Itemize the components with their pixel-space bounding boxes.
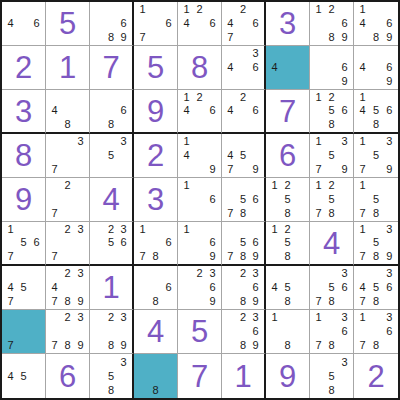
candidate-grid: 469: [356, 47, 396, 88]
candidate-digit: 7: [4, 338, 17, 352]
candidate-digit: 6: [206, 236, 219, 249]
candidate-digit: 8: [61, 294, 74, 308]
cell-r2c2[interactable]: 1: [46, 46, 90, 90]
cell-r7c1[interactable]: 457: [2, 266, 46, 310]
candidate-digit: 6: [162, 281, 175, 295]
candidate-grid: 4: [268, 47, 307, 88]
cell-r8c5[interactable]: 5: [178, 310, 222, 354]
candidate-grid: 12568: [312, 91, 351, 131]
candidate-digit: 9: [249, 294, 262, 308]
candidate-grid: 16: [180, 179, 219, 220]
candidate-digit: 5: [369, 104, 382, 117]
cell-r5c6[interactable]: 5678: [222, 178, 266, 222]
big-digit: 3: [266, 2, 309, 45]
candidate-digit: 6: [117, 236, 130, 249]
cell-r3c7[interactable]: 7: [266, 90, 310, 134]
candidate-digit: 1: [180, 179, 193, 193]
candidate-digit: 1: [312, 91, 325, 104]
candidate-digit: 2: [237, 91, 250, 104]
big-digit: 9: [2, 178, 45, 221]
cell-r3c5[interactable]: 1246: [178, 90, 222, 134]
candidate-digit: 7: [136, 250, 149, 263]
candidate-digit: 6: [383, 325, 396, 339]
candidate-digit: 4: [224, 149, 237, 163]
cell-r9c5[interactable]: 7: [178, 354, 222, 398]
candidate-digit: 3: [383, 311, 396, 325]
candidate-grid: 237: [48, 223, 87, 263]
cell-r4c9[interactable]: 13579: [354, 134, 398, 178]
candidate-grid: 1678: [136, 223, 175, 263]
candidate-digit: 2: [193, 267, 206, 281]
cell-r9c1[interactable]: 45: [2, 354, 46, 398]
big-digit: 2: [354, 354, 398, 398]
candidate-digit: 8: [369, 206, 382, 220]
candidate-digit: 6: [249, 61, 262, 75]
cell-r6c7[interactable]: 1258: [266, 222, 310, 266]
candidate-digit: 7: [136, 30, 149, 44]
candidate-digit: 9: [249, 338, 262, 352]
candidate-digit: 7: [48, 338, 61, 352]
cell-r7c7[interactable]: 458: [266, 266, 310, 310]
cell-r5c2[interactable]: 27: [46, 178, 90, 222]
candidate-digit: 2: [237, 3, 250, 17]
candidate-grid: 234789: [48, 267, 87, 308]
candidate-digit: 6: [338, 281, 351, 295]
candidate-grid: 69: [312, 47, 351, 88]
candidate-digit: 4: [268, 281, 281, 295]
big-digit: 1: [46, 46, 89, 89]
big-digit: 2: [134, 134, 177, 177]
candidate-digit: 8: [281, 294, 294, 308]
candidate-digit: 4: [48, 281, 61, 295]
candidate-grid: 56789: [224, 223, 262, 263]
candidate-digit: 5: [17, 236, 30, 249]
candidate-grid: 169: [180, 223, 219, 263]
cell-r1c3[interactable]: 689: [90, 2, 134, 46]
candidate-digit: 9: [206, 162, 219, 176]
candidate-digit: 1: [312, 3, 325, 17]
candidate-digit: 2: [237, 311, 250, 325]
candidate-digit: 2: [237, 267, 250, 281]
candidate-digit: 6: [338, 104, 351, 117]
candidate-grid: 68: [92, 91, 130, 131]
candidate-grid: 68: [136, 267, 175, 308]
candidate-digit: 7: [4, 294, 17, 308]
candidate-grid: 27: [48, 179, 87, 220]
candidate-digit: 8: [237, 338, 250, 352]
candidate-digit: 2: [193, 91, 206, 104]
candidate-digit: 6: [206, 193, 219, 207]
candidate-digit: 4: [4, 369, 17, 383]
cell-r5c8[interactable]: 12578: [310, 178, 354, 222]
cell-r2c9[interactable]: 469: [354, 46, 398, 90]
cell-r3c4[interactable]: 9: [134, 90, 178, 134]
cell-r1c7[interactable]: 3: [266, 2, 310, 46]
cell-r3c1[interactable]: 3: [2, 90, 46, 134]
cell-r8c8[interactable]: 13678: [310, 310, 354, 354]
candidate-digit: 3: [338, 311, 351, 325]
candidate-digit: 8: [105, 30, 118, 44]
candidate-digit: 8: [237, 206, 250, 220]
candidate-digit: 9: [117, 338, 130, 352]
candidate-digit: 8: [325, 30, 338, 44]
cell-r5c3[interactable]: 4: [90, 178, 134, 222]
candidate-digit: 5: [369, 149, 382, 163]
candidate-digit: 7: [48, 294, 61, 308]
cell-r8c6[interactable]: 23689: [222, 310, 266, 354]
cell-r7c6[interactable]: 23689: [222, 266, 266, 310]
candidate-digit: 7: [48, 162, 61, 176]
candidate-grid: 13579: [356, 135, 396, 176]
candidate-grid: 458: [268, 267, 307, 308]
candidate-digit: 4: [356, 61, 369, 75]
cell-r2c8[interactable]: 69: [310, 46, 354, 90]
candidate-grid: 1578: [356, 179, 396, 220]
cell-r7c2[interactable]: 234789: [46, 266, 90, 310]
candidate-digit: 1: [312, 135, 325, 149]
candidate-digit: 7: [356, 294, 369, 308]
candidate-digit: 9: [74, 338, 87, 352]
candidate-digit: 6: [117, 17, 130, 31]
big-digit: 1: [90, 266, 132, 309]
candidate-digit: 6: [30, 236, 43, 249]
candidate-digit: 1: [356, 179, 369, 193]
cell-r9c7[interactable]: 9: [266, 354, 310, 398]
candidate-digit: 2: [61, 311, 74, 325]
candidate-digit: 9: [338, 162, 351, 176]
cell-r3c8[interactable]: 12568: [310, 90, 354, 134]
cell-r1c2[interactable]: 5: [46, 2, 90, 46]
candidate-grid: 2369: [180, 267, 219, 308]
candidate-grid: 12689: [312, 3, 351, 44]
cell-r8c1[interactable]: 7: [2, 310, 46, 354]
cell-r5c5[interactable]: 16: [178, 178, 222, 222]
candidate-digit: 8: [369, 294, 382, 308]
candidate-digit: 2: [325, 179, 338, 193]
cell-r1c6[interactable]: 2467: [222, 2, 266, 46]
candidate-digit: 2: [61, 267, 74, 281]
candidate-digit: 4: [268, 61, 281, 75]
cell-r8c7[interactable]: 18: [266, 310, 310, 354]
candidate-digit: 6: [206, 17, 219, 31]
big-digit: 7: [266, 90, 309, 132]
candidate-digit: 5: [237, 236, 250, 249]
candidate-digit: 1: [312, 179, 325, 193]
big-digit: 4: [90, 178, 132, 221]
cell-r8c9[interactable]: 13678: [354, 310, 398, 354]
cell-r3c2[interactable]: 48: [46, 90, 90, 134]
cell-r8c3[interactable]: 2389: [90, 310, 134, 354]
candidate-digit: 6: [162, 236, 175, 249]
candidate-grid: 1258: [268, 179, 307, 220]
candidate-digit: 8: [105, 338, 118, 352]
candidate-digit: 9: [117, 30, 130, 44]
cell-r2c1[interactable]: 2: [2, 46, 46, 90]
candidate-digit: 7: [356, 250, 369, 263]
candidate-digit: 5: [105, 369, 118, 383]
cell-r4c8[interactable]: 13579: [310, 134, 354, 178]
candidate-digit: 5: [105, 236, 118, 249]
cell-r2c7[interactable]: 4: [266, 46, 310, 90]
candidate-digit: 3: [249, 47, 262, 61]
candidate-digit: 2: [193, 3, 206, 17]
candidate-digit: 8: [61, 338, 74, 352]
candidate-digit: 6: [249, 281, 262, 295]
cell-r1c4[interactable]: 167: [134, 2, 178, 46]
cell-r9c6[interactable]: 1: [222, 354, 266, 398]
candidate-digit: 8: [325, 206, 338, 220]
cell-r4c2[interactable]: 37: [46, 134, 90, 178]
candidate-digit: 4: [4, 281, 17, 295]
candidate-digit: 8: [149, 383, 162, 397]
candidate-digit: 6: [383, 61, 396, 75]
candidate-digit: 1: [4, 223, 17, 236]
candidate-digit: 3: [383, 223, 396, 236]
candidate-digit: 2: [61, 223, 74, 236]
cell-r6c9[interactable]: 135789: [354, 222, 398, 266]
candidate-digit: 5: [281, 236, 294, 249]
candidate-digit: 4: [224, 61, 237, 75]
candidate-grid: 13678: [312, 311, 351, 352]
candidate-grid: 13579: [312, 135, 351, 176]
cell-r5c9[interactable]: 1578: [354, 178, 398, 222]
candidate-digit: 3: [117, 311, 130, 325]
cell-r6c1[interactable]: 1567: [2, 222, 46, 266]
candidate-digit: 4: [4, 17, 17, 31]
candidate-digit: 3: [206, 267, 219, 281]
candidate-digit: 5: [325, 369, 338, 383]
candidate-digit: 5: [369, 281, 382, 295]
candidate-grid: 2467: [224, 3, 262, 44]
candidate-digit: 3: [74, 267, 87, 281]
candidate-digit: 8: [237, 250, 250, 263]
candidate-digit: 7: [356, 338, 369, 352]
candidate-digit: 8: [325, 383, 338, 397]
candidate-digit: 9: [74, 294, 87, 308]
candidate-grid: 23689: [224, 311, 262, 352]
candidate-digit: 7: [312, 206, 325, 220]
candidate-digit: 4: [180, 149, 193, 163]
candidate-grid: 48: [48, 91, 87, 131]
candidate-digit: 3: [117, 223, 130, 236]
candidate-digit: 8: [237, 294, 250, 308]
candidate-digit: 7: [312, 162, 325, 176]
cell-r6c5[interactable]: 169: [178, 222, 222, 266]
candidate-digit: 8: [369, 250, 382, 263]
cell-r6c6[interactable]: 56789: [222, 222, 266, 266]
candidate-grid: 14568: [356, 91, 396, 131]
candidate-digit: 2: [325, 91, 338, 104]
candidate-grid: 23789: [48, 311, 87, 352]
cell-r2c3[interactable]: 7: [90, 46, 134, 90]
candidate-digit: 1: [356, 135, 369, 149]
candidate-grid: 689: [92, 3, 130, 44]
candidate-digit: 4: [356, 17, 369, 31]
cell-r8c4[interactable]: 4: [134, 310, 178, 354]
cell-r1c1[interactable]: 46: [2, 2, 46, 46]
candidate-digit: 3: [117, 135, 130, 149]
candidate-grid: 1258: [268, 223, 307, 263]
cell-r8c2[interactable]: 23789: [46, 310, 90, 354]
candidate-digit: 1: [356, 3, 369, 17]
candidate-digit: 7: [224, 250, 237, 263]
cell-r6c2[interactable]: 237: [46, 222, 90, 266]
candidate-digit: 9: [383, 162, 396, 176]
candidate-digit: 9: [206, 250, 219, 263]
candidate-grid: 45: [4, 355, 43, 397]
candidate-digit: 3: [74, 135, 87, 149]
candidate-digit: 5: [325, 193, 338, 207]
big-digit: 6: [266, 134, 309, 177]
cell-r4c6[interactable]: 4579: [222, 134, 266, 178]
candidate-grid: 2356: [92, 223, 130, 263]
cell-r7c9[interactable]: 345678: [354, 266, 398, 310]
cell-r5c7[interactable]: 1258: [266, 178, 310, 222]
cell-r6c8[interactable]: 4: [310, 222, 354, 266]
cell-r2c4[interactable]: 5: [134, 46, 178, 90]
candidate-digit: 7: [48, 250, 61, 263]
candidate-digit: 6: [206, 281, 219, 295]
candidate-digit: 4: [180, 17, 193, 31]
candidate-digit: 2: [105, 223, 118, 236]
candidate-digit: 7: [312, 294, 325, 308]
candidate-digit: 6: [338, 17, 351, 31]
candidate-digit: 1: [356, 223, 369, 236]
candidate-digit: 6: [30, 17, 43, 31]
candidate-grid: 1246: [180, 3, 219, 44]
cell-r4c5[interactable]: 149: [178, 134, 222, 178]
cell-r7c4[interactable]: 68: [134, 266, 178, 310]
cell-r9c2[interactable]: 6: [46, 354, 90, 398]
cell-r7c3[interactable]: 1: [90, 266, 134, 310]
cell-r4c4[interactable]: 2: [134, 134, 178, 178]
cell-r1c5[interactable]: 1246: [178, 2, 222, 46]
candidate-grid: 7: [4, 311, 43, 352]
candidate-digit: 6: [162, 17, 175, 31]
candidate-digit: 1: [268, 223, 281, 236]
candidate-digit: 8: [281, 338, 294, 352]
big-digit: 2: [2, 46, 45, 89]
big-digit: 4: [310, 222, 353, 264]
candidate-grid: 46: [4, 3, 43, 44]
candidate-digit: 7: [356, 206, 369, 220]
candidate-digit: 9: [338, 30, 351, 44]
candidate-digit: 6: [249, 17, 262, 31]
candidate-digit: 9: [383, 30, 396, 44]
candidate-digit: 4: [180, 104, 193, 117]
cell-r1c9[interactable]: 14689: [354, 2, 398, 46]
big-digit: 8: [2, 134, 45, 177]
candidate-digit: 7: [224, 162, 237, 176]
cell-r3c6[interactable]: 246: [222, 90, 266, 134]
candidate-digit: 5: [369, 193, 382, 207]
cell-r7c5[interactable]: 2369: [178, 266, 222, 310]
candidate-digit: 2: [325, 3, 338, 17]
candidate-digit: 4: [356, 281, 369, 295]
cell-r9c9[interactable]: 2: [354, 354, 398, 398]
candidate-grid: 37: [48, 135, 87, 176]
candidate-digit: 1: [268, 179, 281, 193]
cell-r7c8[interactable]: 35678: [310, 266, 354, 310]
cell-r3c3[interactable]: 68: [90, 90, 134, 134]
candidate-digit: 8: [61, 118, 74, 131]
candidate-grid: 1246: [180, 91, 219, 131]
candidate-digit: 1: [268, 311, 281, 325]
candidate-digit: 3: [74, 311, 87, 325]
candidate-grid: 12578: [312, 179, 351, 220]
candidate-grid: 358: [312, 355, 351, 397]
candidate-digit: 2: [61, 179, 74, 193]
candidate-digit: 1: [312, 311, 325, 325]
cell-r4c3[interactable]: 35: [90, 134, 134, 178]
candidate-digit: 3: [249, 267, 262, 281]
candidate-grid: 457: [4, 267, 43, 308]
big-digit: 5: [134, 46, 177, 89]
cell-r4c1[interactable]: 8: [2, 134, 46, 178]
candidate-digit: 9: [249, 162, 262, 176]
candidate-grid: 35678: [312, 267, 351, 308]
candidate-digit: 6: [383, 17, 396, 31]
candidate-digit: 1: [356, 311, 369, 325]
cell-r9c3[interactable]: 358: [90, 354, 134, 398]
cell-r1c8[interactable]: 12689: [310, 2, 354, 46]
candidate-digit: 8: [369, 118, 382, 131]
cell-r3c9[interactable]: 14568: [354, 90, 398, 134]
cell-r9c8[interactable]: 358: [310, 354, 354, 398]
big-digit: 9: [134, 90, 177, 132]
cell-r6c4[interactable]: 1678: [134, 222, 178, 266]
candidate-digit: 8: [149, 294, 162, 308]
candidate-digit: 3: [338, 355, 351, 369]
candidate-digit: 8: [325, 338, 338, 352]
candidate-digit: 6: [383, 104, 396, 117]
cell-r6c3[interactable]: 2356: [90, 222, 134, 266]
candidate-digit: 9: [338, 74, 351, 88]
candidate-digit: 6: [338, 325, 351, 339]
candidate-digit: 1: [180, 135, 193, 149]
cell-r5c4[interactable]: 3: [134, 178, 178, 222]
cell-r5c1[interactable]: 9: [2, 178, 46, 222]
candidate-digit: 5: [325, 104, 338, 117]
candidate-digit: 7: [224, 206, 237, 220]
candidate-grid: 5678: [224, 179, 262, 220]
candidate-digit: 9: [383, 250, 396, 263]
candidate-digit: 4: [224, 104, 237, 117]
candidate-grid: 8: [136, 355, 175, 397]
candidate-digit: 4: [224, 17, 237, 31]
big-digit: 9: [266, 354, 309, 398]
candidate-grid: 149: [180, 135, 219, 176]
cell-r2c6[interactable]: 346: [222, 46, 266, 90]
candidate-digit: 5: [325, 149, 338, 163]
candidate-digit: 8: [105, 383, 118, 397]
candidate-digit: 3: [117, 355, 130, 369]
candidate-digit: 6: [249, 104, 262, 117]
candidate-digit: 5: [325, 281, 338, 295]
candidate-digit: 6: [249, 193, 262, 207]
cell-r2c5[interactable]: 8: [178, 46, 222, 90]
big-digit: 1: [222, 354, 264, 398]
candidate-digit: 1: [180, 91, 193, 104]
candidate-digit: 7: [356, 162, 369, 176]
candidate-grid: 135789: [356, 223, 396, 263]
cell-r4c7[interactable]: 6: [266, 134, 310, 178]
candidate-digit: 1: [180, 223, 193, 236]
cell-r9c4[interactable]: 8: [134, 354, 178, 398]
candidate-digit: 8: [369, 30, 382, 44]
candidate-digit: 3: [338, 267, 351, 281]
candidate-grid: 2389: [92, 311, 130, 352]
